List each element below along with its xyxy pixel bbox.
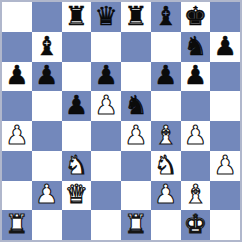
piece-black-pawn: ♟ xyxy=(94,62,117,88)
square-b2[interactable]: ♟ xyxy=(32,181,62,211)
piece-black-knight: ♞ xyxy=(184,33,207,59)
square-g2[interactable]: ♝ xyxy=(181,181,211,211)
piece-white-knight: ♞ xyxy=(65,152,88,178)
piece-black-king: ♚ xyxy=(184,3,207,29)
piece-black-pawn: ♟ xyxy=(184,62,207,88)
square-h7[interactable]: ♟ xyxy=(210,32,240,62)
square-e2[interactable] xyxy=(121,181,151,211)
square-f2[interactable]: ♟ xyxy=(151,181,181,211)
piece-white-rook: ♜ xyxy=(5,211,28,237)
piece-white-pawn: ♟ xyxy=(35,181,58,207)
square-f5[interactable] xyxy=(151,91,181,121)
square-b5[interactable] xyxy=(32,91,62,121)
square-e1[interactable]: ♜ xyxy=(121,210,151,240)
piece-white-pawn: ♟ xyxy=(184,122,207,148)
square-c4[interactable] xyxy=(62,121,92,151)
square-d6[interactable]: ♟ xyxy=(91,62,121,92)
square-d4[interactable] xyxy=(91,121,121,151)
piece-white-queen: ♛ xyxy=(65,181,88,207)
square-h6[interactable] xyxy=(210,62,240,92)
square-g4[interactable]: ♟ xyxy=(181,121,211,151)
square-h2[interactable] xyxy=(210,181,240,211)
piece-white-knight: ♞ xyxy=(154,152,177,178)
square-b4[interactable] xyxy=(32,121,62,151)
square-e6[interactable] xyxy=(121,62,151,92)
square-a3[interactable] xyxy=(2,151,32,181)
square-a4[interactable]: ♟ xyxy=(2,121,32,151)
square-d8[interactable]: ♛ xyxy=(91,2,121,32)
square-g7[interactable]: ♞ xyxy=(181,32,211,62)
square-a7[interactable] xyxy=(2,32,32,62)
square-d3[interactable] xyxy=(91,151,121,181)
square-d1[interactable] xyxy=(91,210,121,240)
square-c1[interactable] xyxy=(62,210,92,240)
square-f7[interactable] xyxy=(151,32,181,62)
piece-black-rook: ♜ xyxy=(65,3,88,29)
chess-board: ♜♛♜♝♚♝♞♟♟♟♟♟♟♟♟♞♟♟♝♟♞♞♟♟♛♟♝♜♜♚ xyxy=(0,0,242,242)
piece-white-pawn: ♟ xyxy=(154,181,177,207)
piece-white-bishop: ♝ xyxy=(154,122,177,148)
square-f4[interactable]: ♝ xyxy=(151,121,181,151)
piece-black-pawn: ♟ xyxy=(213,33,236,59)
square-e4[interactable]: ♟ xyxy=(121,121,151,151)
square-h8[interactable] xyxy=(210,2,240,32)
square-a1[interactable]: ♜ xyxy=(2,210,32,240)
square-b3[interactable] xyxy=(32,151,62,181)
square-c3[interactable]: ♞ xyxy=(62,151,92,181)
square-b6[interactable]: ♟ xyxy=(32,62,62,92)
piece-black-pawn: ♟ xyxy=(154,62,177,88)
square-a2[interactable] xyxy=(2,181,32,211)
piece-white-pawn: ♟ xyxy=(5,122,28,148)
square-c8[interactable]: ♜ xyxy=(62,2,92,32)
square-f3[interactable]: ♞ xyxy=(151,151,181,181)
piece-white-pawn: ♟ xyxy=(213,152,236,178)
square-e5[interactable]: ♞ xyxy=(121,91,151,121)
piece-black-pawn: ♟ xyxy=(65,92,88,118)
piece-black-knight: ♞ xyxy=(124,92,147,118)
square-g5[interactable] xyxy=(181,91,211,121)
square-e3[interactable] xyxy=(121,151,151,181)
piece-white-pawn: ♟ xyxy=(94,92,117,118)
piece-white-pawn: ♟ xyxy=(124,122,147,148)
square-d5[interactable]: ♟ xyxy=(91,91,121,121)
square-f6[interactable]: ♟ xyxy=(151,62,181,92)
piece-black-queen: ♛ xyxy=(94,3,117,29)
piece-black-pawn: ♟ xyxy=(5,62,28,88)
square-g8[interactable]: ♚ xyxy=(181,2,211,32)
square-g3[interactable] xyxy=(181,151,211,181)
square-e7[interactable] xyxy=(121,32,151,62)
square-c2[interactable]: ♛ xyxy=(62,181,92,211)
piece-white-rook: ♜ xyxy=(124,211,147,237)
square-b1[interactable] xyxy=(32,210,62,240)
square-g6[interactable]: ♟ xyxy=(181,62,211,92)
square-d7[interactable] xyxy=(91,32,121,62)
piece-black-pawn: ♟ xyxy=(35,62,58,88)
piece-black-bishop: ♝ xyxy=(154,3,177,29)
square-b8[interactable] xyxy=(32,2,62,32)
piece-black-bishop: ♝ xyxy=(35,33,58,59)
square-g1[interactable]: ♚ xyxy=(181,210,211,240)
square-h4[interactable] xyxy=(210,121,240,151)
square-c6[interactable] xyxy=(62,62,92,92)
square-h5[interactable] xyxy=(210,91,240,121)
square-f1[interactable] xyxy=(151,210,181,240)
piece-black-rook: ♜ xyxy=(124,3,147,29)
square-a8[interactable] xyxy=(2,2,32,32)
square-a5[interactable] xyxy=(2,91,32,121)
square-c5[interactable]: ♟ xyxy=(62,91,92,121)
piece-white-bishop: ♝ xyxy=(184,181,207,207)
square-e8[interactable]: ♜ xyxy=(121,2,151,32)
square-b7[interactable]: ♝ xyxy=(32,32,62,62)
square-f8[interactable]: ♝ xyxy=(151,2,181,32)
square-a6[interactable]: ♟ xyxy=(2,62,32,92)
square-d2[interactable] xyxy=(91,181,121,211)
piece-white-king: ♚ xyxy=(184,211,207,237)
square-h1[interactable] xyxy=(210,210,240,240)
square-c7[interactable] xyxy=(62,32,92,62)
square-h3[interactable]: ♟ xyxy=(210,151,240,181)
